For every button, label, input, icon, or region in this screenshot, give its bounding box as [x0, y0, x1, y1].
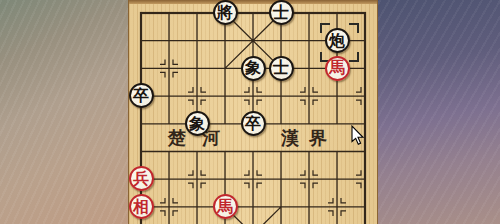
- game-window: 楚河 漢界 將士炮象士馬卒象卒兵相馬: [0, 0, 500, 224]
- piece-glyph: 卒: [245, 116, 261, 132]
- piece-glyph: 相: [133, 199, 149, 215]
- piece-red-elephant-f0r7[interactable]: 相: [129, 194, 154, 219]
- piece-black-elephant-f2r4[interactable]: 象: [185, 111, 210, 136]
- piece-glyph: 士: [273, 60, 289, 76]
- piece-glyph: 將: [217, 5, 233, 21]
- piece-layer: 將士炮象士馬卒象卒兵相馬: [127, 0, 379, 224]
- piece-black-cannon-f7r1[interactable]: 炮: [325, 28, 350, 53]
- piece-black-soldier-f0r3[interactable]: 卒: [129, 83, 154, 108]
- piece-black-advisor-f5r0[interactable]: 士: [269, 0, 294, 25]
- piece-glyph: 象: [189, 116, 205, 132]
- piece-glyph: 炮: [329, 33, 345, 49]
- piece-glyph: 馬: [217, 199, 233, 215]
- piece-red-soldier-f0r6[interactable]: 兵: [129, 166, 154, 191]
- piece-red-horse-f7r2[interactable]: 馬: [325, 56, 350, 81]
- piece-glyph: 士: [273, 5, 289, 21]
- piece-glyph: 馬: [329, 60, 345, 76]
- piece-glyph: 象: [245, 60, 261, 76]
- piece-red-horse-f3r7[interactable]: 馬: [213, 194, 238, 219]
- piece-black-soldier-f4r4[interactable]: 卒: [241, 111, 266, 136]
- piece-glyph: 兵: [133, 171, 149, 187]
- piece-glyph: 卒: [133, 88, 149, 104]
- piece-black-elephant-f4r2[interactable]: 象: [241, 56, 266, 81]
- piece-black-general-f3r0[interactable]: 將: [213, 0, 238, 25]
- piece-black-advisor-f5r2[interactable]: 士: [269, 56, 294, 81]
